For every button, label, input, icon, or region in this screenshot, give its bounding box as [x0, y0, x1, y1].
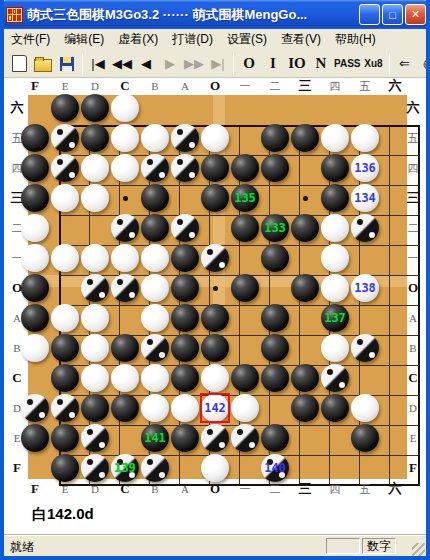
menu-item-1[interactable]: 编辑(E) [57, 29, 111, 50]
menu-item-2[interactable]: 虚着(X) [111, 29, 165, 50]
coord-label: 六 [7, 101, 27, 115]
open-file-button[interactable] [31, 53, 55, 75]
close-button[interactable]: ✕ [405, 4, 426, 25]
mode-button-3[interactable]: N [309, 53, 333, 75]
status-bar: 就绪 数字 [4, 535, 426, 557]
extra-button-1[interactable]: ◉ [417, 53, 430, 75]
coord-label: 四 [325, 79, 345, 93]
menu-item-0[interactable]: 文件(F) [4, 29, 57, 50]
menu-bar: 文件(F)编辑(E)虚着(X)打谱(D)设置(S)查看(V)帮助(H) [4, 29, 426, 51]
coord-label: 四 [7, 161, 27, 175]
menu-item-5[interactable]: 查看(V) [274, 29, 328, 50]
coord-label: 一 [7, 251, 27, 265]
coord-label: B [145, 79, 165, 93]
resize-grip[interactable] [412, 543, 425, 556]
save-disk-icon [60, 57, 74, 71]
coord-label: A [175, 79, 195, 93]
move-info-panel: 白142.0d [4, 497, 426, 535]
coord-label: 三 [295, 79, 315, 93]
menu-item-3[interactable]: 打谱(D) [165, 29, 220, 50]
coord-label: C [7, 371, 27, 385]
menu-item-4[interactable]: 设置(S) [220, 29, 274, 50]
maximize-button[interactable]: □ [382, 4, 403, 25]
nav-back-button-2[interactable]: ◀ [134, 53, 158, 75]
coord-label: F [7, 461, 27, 475]
app-window: 萌式三色围棋M3Go3.2 ······ 萌式围棋MengGo... _ □ ✕… [0, 0, 430, 560]
minimize-button[interactable]: _ [359, 4, 380, 25]
open-folder-icon [34, 59, 52, 72]
goban-grid [59, 125, 420, 486]
status-cell-empty [326, 538, 360, 554]
board-area: FFEEDDCCBBAAOO一一二二三三四四五五六六六六五五四四三三二二一一OO… [4, 78, 426, 497]
status-ready-text: 就绪 [10, 539, 34, 556]
coord-label: 五 [355, 79, 375, 93]
coord-label: 二 [7, 221, 27, 235]
toolbar: |◀◀◀◀ ▶▶▶▶| OIIONPASSXu8 ⇐◉◯ [4, 50, 426, 78]
coord-label: E [55, 79, 75, 93]
coord-label: D [85, 79, 105, 93]
mode-button-0[interactable]: O [237, 53, 261, 75]
status-cell-mode: 数字 [362, 538, 396, 554]
coord-label: B [7, 341, 27, 355]
mode-button-1[interactable]: I [261, 53, 285, 75]
app-icon [6, 7, 23, 23]
coord-label: D [7, 401, 27, 415]
new-file-icon [12, 55, 27, 72]
coord-label: O [205, 79, 225, 93]
extra-button-0[interactable]: ⇐ [393, 53, 417, 75]
current-move-text: 白142.0d [32, 505, 94, 524]
mode-text-button-1[interactable]: Xu8 [362, 53, 386, 75]
mode-text-button-0[interactable]: PASS [333, 53, 362, 75]
coord-label: 三 [7, 191, 27, 205]
toolbar-separator [389, 54, 390, 74]
window-title: 萌式三色围棋M3Go3.2 ······ 萌式围棋MengGo... [27, 6, 359, 24]
coord-label: 五 [7, 131, 27, 145]
menu-item-6[interactable]: 帮助(H) [328, 29, 383, 50]
nav-forward-button-1[interactable]: ▶▶ [182, 53, 206, 75]
nav-forward-button-2[interactable]: ▶| [206, 53, 230, 75]
coord-label: E [7, 431, 27, 445]
goban[interactable] [28, 95, 407, 479]
nav-back-button-0[interactable]: |◀ [86, 53, 110, 75]
nav-back-button-1[interactable]: ◀◀ [110, 53, 134, 75]
coord-label: A [7, 311, 27, 325]
coord-label: F [25, 482, 45, 496]
coord-label: 二 [265, 79, 285, 93]
toolbar-separator [82, 54, 83, 74]
nav-forward-button-0[interactable]: ▶ [158, 53, 182, 75]
new-file-button[interactable] [7, 53, 31, 75]
coord-label: 一 [235, 79, 255, 93]
coord-label: F [25, 79, 45, 93]
coord-label: 六 [385, 79, 405, 93]
coord-label: O [7, 281, 27, 295]
toolbar-separator [233, 54, 234, 74]
coord-label: C [115, 79, 135, 93]
mode-button-2[interactable]: IO [285, 53, 309, 75]
save-button[interactable] [55, 53, 79, 75]
title-bar[interactable]: 萌式三色围棋M3Go3.2 ······ 萌式围棋MengGo... _ □ ✕ [0, 0, 430, 29]
